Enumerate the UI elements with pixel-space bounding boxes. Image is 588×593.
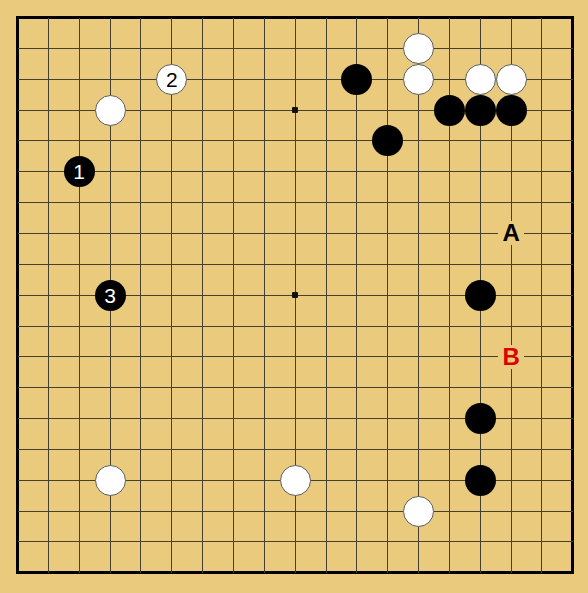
point-label-A[interactable]: A: [498, 221, 524, 245]
black-stone: [465, 280, 496, 311]
white-stone: [95, 465, 126, 496]
white-stone: [465, 64, 496, 95]
star-point: [292, 107, 298, 113]
go-board[interactable]: 132AB: [0, 0, 588, 593]
grid-line-vertical: [387, 18, 388, 573]
white-stone: [403, 496, 434, 527]
black-stone-move-1: 1: [64, 156, 95, 187]
black-stone: [341, 64, 372, 95]
star-point: [292, 292, 298, 298]
black-stone: [434, 95, 465, 126]
white-stone: [403, 64, 434, 95]
white-stone: [95, 95, 126, 126]
white-stone: [280, 465, 311, 496]
grid-line-vertical: [326, 18, 327, 573]
grid-line-horizontal: [18, 326, 573, 327]
black-stone: [465, 465, 496, 496]
grid-line-vertical: [356, 18, 357, 573]
point-label-B[interactable]: B: [498, 345, 524, 369]
grid-line-horizontal: [18, 356, 573, 357]
grid-line-horizontal: [18, 511, 573, 512]
white-stone: [403, 33, 434, 64]
grid-line-horizontal: [18, 449, 573, 450]
grid-line-horizontal: [18, 387, 573, 388]
black-stone: [496, 95, 527, 126]
grid-line-vertical: [418, 18, 419, 573]
grid-line-vertical: [541, 18, 542, 573]
black-stone: [465, 95, 496, 126]
grid-line-horizontal: [18, 541, 573, 542]
go-board-diagram: 132AB: [0, 0, 588, 593]
black-stone-move-3: 3: [95, 280, 126, 311]
white-stone: [496, 64, 527, 95]
white-stone-move-2: 2: [156, 64, 187, 95]
black-stone: [465, 403, 496, 434]
